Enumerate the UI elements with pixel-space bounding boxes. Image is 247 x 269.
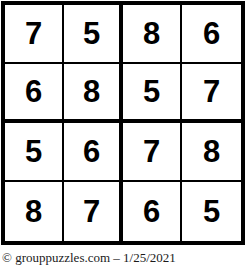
cell-r3c3: 7 (123, 123, 182, 182)
cell-r4c2: 7 (64, 182, 123, 241)
cell-r2c3: 5 (123, 64, 182, 123)
cell-r4c3: 6 (123, 182, 182, 241)
copyright-credit: © grouppuzzles.com – 1/25/2021 (2, 248, 245, 268)
cell-r3c4: 8 (182, 123, 241, 182)
cell-r2c2: 8 (64, 64, 123, 123)
sudoku-board: 7 5 8 6 6 8 5 7 5 6 7 8 8 7 6 5 (1, 1, 245, 245)
cell-r4c4: 5 (182, 182, 241, 241)
cell-r3c1: 5 (5, 123, 64, 182)
cell-r3c2: 6 (64, 123, 123, 182)
cell-r4c1: 8 (5, 182, 64, 241)
cell-r1c4: 6 (182, 5, 241, 64)
cell-r2c1: 6 (5, 64, 64, 123)
cell-r2c4: 7 (182, 64, 241, 123)
cell-r1c1: 7 (5, 5, 64, 64)
cell-r1c2: 5 (64, 5, 123, 64)
cell-r1c3: 8 (123, 5, 182, 64)
